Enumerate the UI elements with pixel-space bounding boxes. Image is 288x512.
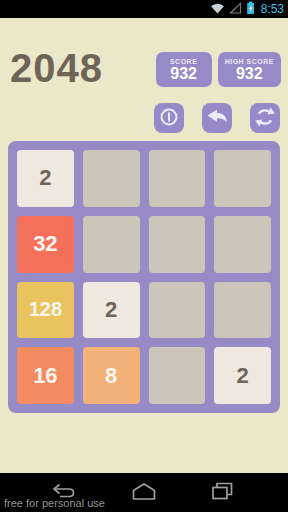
watermark-text: free for personal use [4,497,105,509]
game-app: 2048 SCORE 932 HIGH SCORE 932 [0,18,288,473]
nav-home-icon[interactable] [129,482,159,504]
tile-128: 128 [17,282,74,339]
header: 2048 SCORE 932 HIGH SCORE 932 [0,18,288,88]
restart-button[interactable] [250,103,280,133]
undo-button[interactable] [202,103,232,133]
empty-cell [149,150,206,207]
tile-8: 8 [83,347,140,404]
tile-16: 16 [17,347,74,404]
info-button[interactable] [154,103,184,133]
tile-2: 2 [214,347,271,404]
phone-screen: 8:53 2048 SCORE 932 HIGH SCORE 932 [0,0,288,512]
tile-2: 2 [17,150,74,207]
high-score-value: 932 [236,65,263,82]
signal-icon [229,0,242,18]
score-panel: SCORE 932 HIGH SCORE 932 [156,52,281,87]
tile-2: 2 [83,282,140,339]
battery-charging-icon [246,0,255,19]
clock: 8:53 [259,0,284,18]
empty-cell [83,150,140,207]
high-score-label: HIGH SCORE [225,58,274,65]
board[interactable]: 23212821682 [8,141,280,413]
app-title: 2048 [10,48,103,88]
empty-cell [214,150,271,207]
tile-32: 32 [17,216,74,273]
nav-recents-icon[interactable] [208,482,236,504]
wifi-icon [210,0,225,18]
restart-icon [250,102,280,135]
empty-cell [214,282,271,339]
score-box: SCORE 932 [156,52,212,87]
status-bar: 8:53 [0,0,288,18]
empty-cell [149,216,206,273]
empty-cell [149,282,206,339]
empty-cell [149,347,206,404]
empty-cell [214,216,271,273]
high-score-box: HIGH SCORE 932 [218,52,281,87]
undo-arrow-icon [202,102,232,135]
empty-cell [83,216,140,273]
info-icon [154,102,184,135]
toolbar [0,88,288,133]
score-value: 932 [170,65,197,82]
score-label: SCORE [170,58,197,65]
